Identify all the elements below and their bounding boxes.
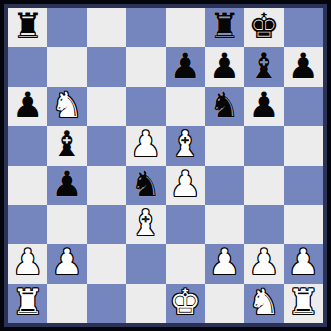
black-king: ♚ — [248, 9, 279, 44]
white-pawn: ♟ — [288, 245, 319, 280]
white-king: ♚ — [169, 285, 200, 320]
square-e1[interactable]: ♚ — [166, 284, 205, 323]
square-c3[interactable] — [87, 205, 126, 244]
square-c7[interactable] — [87, 47, 126, 86]
square-a7[interactable] — [8, 47, 47, 86]
square-e7[interactable]: ♟ — [166, 47, 205, 86]
black-pawn: ♟ — [12, 88, 43, 123]
square-c8[interactable] — [87, 8, 126, 47]
square-f2[interactable]: ♟ — [205, 244, 244, 283]
white-rook: ♜ — [288, 285, 319, 320]
square-a2[interactable]: ♟ — [8, 244, 47, 283]
square-e4[interactable]: ♟ — [166, 166, 205, 205]
black-pawn: ♟ — [169, 49, 200, 84]
square-d8[interactable] — [126, 8, 165, 47]
square-h8[interactable] — [284, 8, 323, 47]
square-c1[interactable] — [87, 284, 126, 323]
square-f4[interactable] — [205, 166, 244, 205]
square-h4[interactable] — [284, 166, 323, 205]
square-g5[interactable] — [244, 126, 283, 165]
black-bishop: ♝ — [51, 127, 82, 162]
square-a1[interactable]: ♜ — [8, 284, 47, 323]
white-pawn: ♟ — [169, 167, 200, 202]
square-f7[interactable]: ♟ — [205, 47, 244, 86]
square-g8[interactable]: ♚ — [244, 8, 283, 47]
board-frame: ♜♜♚♟♟♝♟♟♞♞♟♝♟♝♟♞♟♝♟♟♟♟♟♜♚♞♜ — [0, 0, 331, 331]
square-d2[interactable] — [126, 244, 165, 283]
square-d4[interactable]: ♞ — [126, 166, 165, 205]
square-b2[interactable]: ♟ — [47, 244, 86, 283]
white-bishop: ♝ — [169, 127, 200, 162]
square-a3[interactable] — [8, 205, 47, 244]
square-g3[interactable] — [244, 205, 283, 244]
square-d6[interactable] — [126, 87, 165, 126]
square-e6[interactable] — [166, 87, 205, 126]
square-d5[interactable]: ♟ — [126, 126, 165, 165]
square-g6[interactable]: ♟ — [244, 87, 283, 126]
square-h5[interactable] — [284, 126, 323, 165]
square-a4[interactable] — [8, 166, 47, 205]
square-f1[interactable] — [205, 284, 244, 323]
square-g1[interactable]: ♞ — [244, 284, 283, 323]
square-c5[interactable] — [87, 126, 126, 165]
white-pawn: ♟ — [130, 127, 161, 162]
square-h3[interactable] — [284, 205, 323, 244]
square-b5[interactable]: ♝ — [47, 126, 86, 165]
white-knight: ♞ — [248, 285, 279, 320]
chess-board: ♜♜♚♟♟♝♟♟♞♞♟♝♟♝♟♞♟♝♟♟♟♟♟♜♚♞♜ — [8, 8, 323, 323]
black-rook: ♜ — [12, 9, 43, 44]
square-d7[interactable] — [126, 47, 165, 86]
square-b6[interactable]: ♞ — [47, 87, 86, 126]
square-c2[interactable] — [87, 244, 126, 283]
black-bishop: ♝ — [248, 49, 279, 84]
white-pawn: ♟ — [248, 245, 279, 280]
white-pawn: ♟ — [51, 245, 82, 280]
square-d1[interactable] — [126, 284, 165, 323]
square-g2[interactable]: ♟ — [244, 244, 283, 283]
square-e5[interactable]: ♝ — [166, 126, 205, 165]
square-c4[interactable] — [87, 166, 126, 205]
square-a6[interactable]: ♟ — [8, 87, 47, 126]
white-knight: ♞ — [51, 88, 82, 123]
square-d3[interactable]: ♝ — [126, 205, 165, 244]
black-pawn: ♟ — [248, 88, 279, 123]
square-c6[interactable] — [87, 87, 126, 126]
square-h6[interactable] — [284, 87, 323, 126]
square-e2[interactable] — [166, 244, 205, 283]
square-g4[interactable] — [244, 166, 283, 205]
white-pawn: ♟ — [209, 245, 240, 280]
white-rook: ♜ — [12, 285, 43, 320]
square-h7[interactable]: ♟ — [284, 47, 323, 86]
square-h1[interactable]: ♜ — [284, 284, 323, 323]
black-pawn: ♟ — [51, 167, 82, 202]
white-bishop: ♝ — [130, 206, 161, 241]
square-b8[interactable] — [47, 8, 86, 47]
square-b4[interactable]: ♟ — [47, 166, 86, 205]
white-pawn: ♟ — [12, 245, 43, 280]
square-f6[interactable]: ♞ — [205, 87, 244, 126]
square-a8[interactable]: ♜ — [8, 8, 47, 47]
square-g7[interactable]: ♝ — [244, 47, 283, 86]
square-f8[interactable]: ♜ — [205, 8, 244, 47]
black-rook: ♜ — [209, 9, 240, 44]
square-b3[interactable] — [47, 205, 86, 244]
square-h2[interactable]: ♟ — [284, 244, 323, 283]
square-e8[interactable] — [166, 8, 205, 47]
square-b7[interactable] — [47, 47, 86, 86]
black-pawn: ♟ — [288, 49, 319, 84]
square-f3[interactable] — [205, 205, 244, 244]
square-f5[interactable] — [205, 126, 244, 165]
square-e3[interactable] — [166, 205, 205, 244]
black-knight: ♞ — [130, 167, 161, 202]
black-pawn: ♟ — [209, 49, 240, 84]
square-a5[interactable] — [8, 126, 47, 165]
square-b1[interactable] — [47, 284, 86, 323]
black-knight: ♞ — [209, 88, 240, 123]
